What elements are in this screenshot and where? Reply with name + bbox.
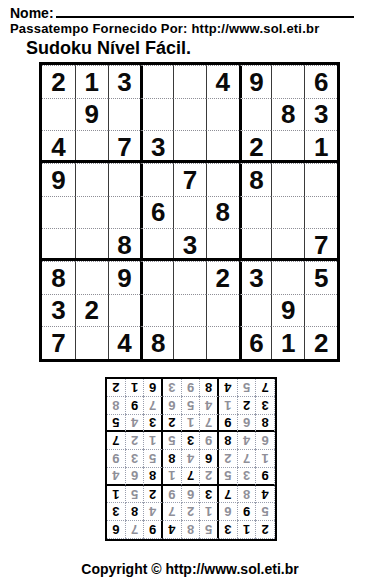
sol-cell-r4c6: 1 bbox=[163, 468, 182, 486]
sol-cell-r4c3: 5 bbox=[219, 468, 238, 486]
cell-r5c1 bbox=[42, 196, 75, 229]
cell-r3c8 bbox=[271, 130, 304, 163]
sol-cell-r5c9: 9 bbox=[107, 450, 126, 468]
copyright-text: Copyright © http://www.sol.eti.br bbox=[0, 561, 380, 577]
cell-r8c6 bbox=[206, 294, 239, 327]
cell-r2c1 bbox=[42, 98, 75, 131]
sol-cell-r9c7: 6 bbox=[144, 379, 163, 397]
cell-r3c3: 7 bbox=[108, 130, 141, 163]
cell-r4c2 bbox=[75, 163, 108, 196]
cell-r7c2 bbox=[75, 261, 108, 294]
cell-r3c5 bbox=[173, 130, 206, 163]
sol-cell-r1c6: 4 bbox=[163, 521, 182, 539]
sol-cell-r8c7: 7 bbox=[144, 397, 163, 415]
cell-r2c4 bbox=[140, 98, 173, 131]
cell-r2c6 bbox=[206, 98, 239, 131]
cell-r7c9: 5 bbox=[304, 261, 337, 294]
sol-cell-r3c7: 2 bbox=[144, 486, 163, 504]
sol-cell-r7c2: 6 bbox=[238, 415, 257, 433]
provider-line: Passatempo Fornecido Por: http://www.sol… bbox=[10, 21, 319, 36]
sudoku-print-page: Nome: Passatempo Fornecido Por: http://w… bbox=[0, 0, 380, 585]
cell-r8c8: 9 bbox=[271, 294, 304, 327]
block-divider-horizontal-2 bbox=[39, 258, 340, 261]
sol-cell-r8c3: 1 bbox=[219, 397, 238, 415]
sol-cell-r1c8: 7 bbox=[126, 521, 145, 539]
sol-cell-r2c2: 9 bbox=[238, 503, 257, 521]
sol-cell-r5c5: 4 bbox=[182, 450, 201, 468]
cell-r9c4: 8 bbox=[140, 326, 173, 359]
cell-r5c5 bbox=[173, 196, 206, 229]
cell-r3c7: 2 bbox=[239, 130, 272, 163]
sol-cell-r9c5: 9 bbox=[182, 379, 201, 397]
sol-cell-r1c4: 5 bbox=[200, 521, 219, 539]
cell-r1c9: 6 bbox=[304, 65, 337, 98]
cell-r9c1: 7 bbox=[42, 326, 75, 359]
cell-r2c3 bbox=[108, 98, 141, 131]
cell-r8c4 bbox=[140, 294, 173, 327]
name-label: Nome: bbox=[10, 5, 54, 21]
sol-cell-r6c5: 3 bbox=[182, 432, 201, 450]
sol-cell-r3c4: 3 bbox=[200, 486, 219, 504]
cell-r8c9 bbox=[304, 294, 337, 327]
sol-cell-r4c1: 9 bbox=[256, 468, 275, 486]
sol-cell-r3c2: 8 bbox=[238, 486, 257, 504]
cell-r5c7 bbox=[239, 196, 272, 229]
cell-r4c4 bbox=[140, 163, 173, 196]
sol-cell-r4c9: 4 bbox=[107, 468, 126, 486]
sol-cell-r4c8: 6 bbox=[126, 468, 145, 486]
cell-r6c3: 8 bbox=[108, 228, 141, 261]
sol-cell-r9c3: 4 bbox=[219, 379, 238, 397]
sol-cell-r2c1: 5 bbox=[256, 503, 275, 521]
sol-cell-r2c8: 8 bbox=[126, 503, 145, 521]
cell-r8c2: 2 bbox=[75, 294, 108, 327]
sol-cell-r6c4: 9 bbox=[200, 432, 219, 450]
sol-cell-r1c2: 1 bbox=[238, 521, 257, 539]
cell-r6c8 bbox=[271, 228, 304, 261]
sol-cell-r3c3: 7 bbox=[219, 486, 238, 504]
sol-cell-r9c4: 8 bbox=[200, 379, 219, 397]
page-title: Sudoku Nível Fácil. bbox=[26, 38, 191, 59]
cell-r4c8 bbox=[271, 163, 304, 196]
cell-r1c1: 2 bbox=[42, 65, 75, 98]
cell-r4c1: 9 bbox=[42, 163, 75, 196]
sol-cell-r5c4: 6 bbox=[200, 450, 219, 468]
sudoku-puzzle-grid: 213496983473219786883789235329748612 bbox=[39, 62, 340, 362]
cell-r2c7 bbox=[239, 98, 272, 131]
sol-cell-r7c7: 3 bbox=[144, 415, 163, 433]
cell-r7c1: 8 bbox=[42, 261, 75, 294]
sudoku-solution-grid: 2135849765961274834873692519352718641726… bbox=[105, 377, 277, 541]
cell-r9c6 bbox=[206, 326, 239, 359]
cell-r1c6: 4 bbox=[206, 65, 239, 98]
sol-cell-r2c3: 6 bbox=[219, 503, 238, 521]
cell-r3c1: 4 bbox=[42, 130, 75, 163]
cell-r5c3 bbox=[108, 196, 141, 229]
sol-cell-r4c2: 3 bbox=[238, 468, 257, 486]
sol-cell-r7c6: 2 bbox=[163, 415, 182, 433]
cell-r2c2: 9 bbox=[75, 98, 108, 131]
block-divider-horizontal-1 bbox=[39, 160, 340, 163]
sol-cell-r6c3: 8 bbox=[219, 432, 238, 450]
cell-r5c6: 8 bbox=[206, 196, 239, 229]
cell-r1c3: 3 bbox=[108, 65, 141, 98]
cell-r9c8: 1 bbox=[271, 326, 304, 359]
cell-r4c7: 8 bbox=[239, 163, 272, 196]
sol-cell-r9c9: 2 bbox=[107, 379, 126, 397]
cell-r1c5 bbox=[173, 65, 206, 98]
cell-r9c9: 2 bbox=[304, 326, 337, 359]
sol-cell-r2c5: 2 bbox=[182, 503, 201, 521]
cell-r5c9 bbox=[304, 196, 337, 229]
cell-r4c9 bbox=[304, 163, 337, 196]
cell-r5c2 bbox=[75, 196, 108, 229]
cell-r2c8: 8 bbox=[271, 98, 304, 131]
sol-cell-r3c9: 1 bbox=[107, 486, 126, 504]
sol-cell-r6c2: 4 bbox=[238, 432, 257, 450]
cell-r6c7 bbox=[239, 228, 272, 261]
sol-cell-r9c8: 1 bbox=[126, 379, 145, 397]
sol-cell-r7c3: 9 bbox=[219, 415, 238, 433]
sol-cell-r1c5: 8 bbox=[182, 521, 201, 539]
cell-r7c3: 9 bbox=[108, 261, 141, 294]
cell-r8c1: 3 bbox=[42, 294, 75, 327]
sol-cell-r8c5: 5 bbox=[182, 397, 201, 415]
cell-r3c6 bbox=[206, 130, 239, 163]
sol-cell-r9c1: 7 bbox=[256, 379, 275, 397]
cell-r6c1 bbox=[42, 228, 75, 261]
sol-cell-r5c8: 3 bbox=[126, 450, 145, 468]
cell-r6c2 bbox=[75, 228, 108, 261]
sol-cell-r3c1: 4 bbox=[256, 486, 275, 504]
cell-r9c7: 6 bbox=[239, 326, 272, 359]
cell-r1c2: 1 bbox=[75, 65, 108, 98]
sol-cell-r5c1: 1 bbox=[256, 450, 275, 468]
cell-r8c3 bbox=[108, 294, 141, 327]
cell-r5c8 bbox=[271, 196, 304, 229]
sol-cell-r6c1: 6 bbox=[256, 432, 275, 450]
sol-cell-r2c4: 1 bbox=[200, 503, 219, 521]
cell-r7c8 bbox=[271, 261, 304, 294]
sol-cell-r7c1: 8 bbox=[256, 415, 275, 433]
sol-cell-r3c5: 6 bbox=[182, 486, 201, 504]
sol-cell-r8c6: 6 bbox=[163, 397, 182, 415]
sol-cell-r5c2: 7 bbox=[238, 450, 257, 468]
cell-r6c9: 7 bbox=[304, 228, 337, 261]
cell-r6c4 bbox=[140, 228, 173, 261]
cell-r4c5: 7 bbox=[173, 163, 206, 196]
cell-r1c7: 9 bbox=[239, 65, 272, 98]
sol-cell-r6c7: 1 bbox=[144, 432, 163, 450]
sol-cell-r8c9: 8 bbox=[107, 397, 126, 415]
sol-cell-r9c6: 3 bbox=[163, 379, 182, 397]
sol-cell-r6c8: 2 bbox=[126, 432, 145, 450]
cell-r3c2 bbox=[75, 130, 108, 163]
cell-r4c3 bbox=[108, 163, 141, 196]
sol-cell-r4c4: 2 bbox=[200, 468, 219, 486]
cell-r4c6 bbox=[206, 163, 239, 196]
cell-r3c9: 1 bbox=[304, 130, 337, 163]
sol-cell-r1c1: 2 bbox=[256, 521, 275, 539]
sol-cell-r2c7: 4 bbox=[144, 503, 163, 521]
cell-r1c4 bbox=[140, 65, 173, 98]
cell-r1c8 bbox=[271, 65, 304, 98]
sol-cell-r7c9: 5 bbox=[107, 415, 126, 433]
sol-cell-r5c6: 8 bbox=[163, 450, 182, 468]
sol-cell-r3c6: 9 bbox=[163, 486, 182, 504]
cell-r7c6: 2 bbox=[206, 261, 239, 294]
sol-cell-r4c7: 8 bbox=[144, 468, 163, 486]
sol-cell-r1c3: 3 bbox=[219, 521, 238, 539]
sol-cell-r5c7: 5 bbox=[144, 450, 163, 468]
cell-r6c6 bbox=[206, 228, 239, 261]
cell-r3c4: 3 bbox=[140, 130, 173, 163]
sol-cell-r6c6: 5 bbox=[163, 432, 182, 450]
sol-cell-r1c9: 6 bbox=[107, 521, 126, 539]
sol-cell-r7c8: 4 bbox=[126, 415, 145, 433]
sol-cell-r7c4: 7 bbox=[200, 415, 219, 433]
sol-cell-r3c8: 5 bbox=[126, 486, 145, 504]
sol-cell-r2c6: 7 bbox=[163, 503, 182, 521]
sol-cell-r1c7: 9 bbox=[144, 521, 163, 539]
sol-cell-r7c5: 1 bbox=[182, 415, 201, 433]
name-line: Nome: bbox=[10, 3, 354, 22]
cell-r7c5 bbox=[173, 261, 206, 294]
sol-cell-r2c9: 3 bbox=[107, 503, 126, 521]
sol-cell-r5c3: 2 bbox=[219, 450, 238, 468]
cell-r2c5 bbox=[173, 98, 206, 131]
cell-r6c5: 3 bbox=[173, 228, 206, 261]
sol-cell-r8c1: 3 bbox=[256, 397, 275, 415]
cell-r7c7: 3 bbox=[239, 261, 272, 294]
sol-cell-r4c5: 7 bbox=[182, 468, 201, 486]
sol-cell-r8c8: 9 bbox=[126, 397, 145, 415]
sol-cell-r8c4: 4 bbox=[200, 397, 219, 415]
cell-r5c4: 6 bbox=[140, 196, 173, 229]
cell-r7c4 bbox=[140, 261, 173, 294]
sol-cell-r8c2: 2 bbox=[238, 397, 257, 415]
cell-r8c7 bbox=[239, 294, 272, 327]
name-underline bbox=[56, 3, 354, 18]
cell-r9c5 bbox=[173, 326, 206, 359]
cell-r9c3: 4 bbox=[108, 326, 141, 359]
cell-r9c2 bbox=[75, 326, 108, 359]
cell-r8c5 bbox=[173, 294, 206, 327]
cell-r2c9: 3 bbox=[304, 98, 337, 131]
sol-cell-r6c9: 7 bbox=[107, 432, 126, 450]
sol-cell-r9c2: 5 bbox=[238, 379, 257, 397]
